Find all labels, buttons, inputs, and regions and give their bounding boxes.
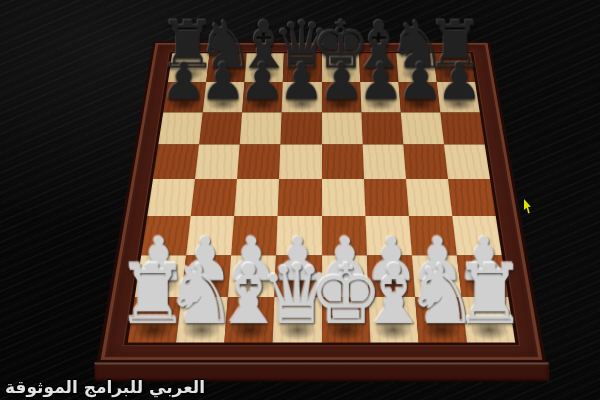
board-grid: ♜♞♝♛♚♝♞♜♟♟♟♟♟♟♟♟♟♟♟♟♟♟♟♟♜♞♝♛♚♝♞♜: [128, 53, 515, 342]
black-pawn[interactable]: ♟: [431, 56, 488, 107]
white-rook[interactable]: ♜: [445, 253, 535, 335]
square-h4[interactable]: [448, 179, 496, 216]
square-f5[interactable]: [362, 145, 405, 179]
square-f6[interactable]: [361, 112, 403, 144]
watermark-text: العربي للبرامج الموثوقة: [5, 377, 205, 397]
square-b5[interactable]: [195, 145, 240, 179]
square-a5[interactable]: [153, 145, 199, 179]
square-f4[interactable]: [364, 179, 409, 216]
square-h7[interactable]: ♟: [437, 82, 480, 112]
square-h6[interactable]: [440, 112, 485, 144]
square-a4[interactable]: [147, 179, 195, 216]
square-a6[interactable]: [158, 112, 203, 144]
square-c4[interactable]: [234, 179, 279, 216]
square-d6[interactable]: [281, 112, 322, 144]
square-g6[interactable]: [401, 112, 444, 144]
square-g4[interactable]: [406, 179, 452, 216]
chess-scene: ♜♞♝♛♚♝♞♜♟♟♟♟♟♟♟♟♟♟♟♟♟♟♟♟♜♞♝♛♚♝♞♜: [129, 0, 514, 400]
square-e5[interactable]: [322, 145, 364, 179]
square-d5[interactable]: [279, 145, 321, 179]
square-c5[interactable]: [237, 145, 280, 179]
square-b6[interactable]: [199, 112, 242, 144]
square-e6[interactable]: [322, 112, 363, 144]
square-c6[interactable]: [240, 112, 282, 144]
chess-board: ♜♞♝♛♚♝♞♜♟♟♟♟♟♟♟♟♟♟♟♟♟♟♟♟♜♞♝♛♚♝♞♜: [97, 42, 547, 363]
square-h1[interactable]: ♜: [462, 297, 516, 342]
square-e4[interactable]: [322, 179, 366, 216]
square-b4[interactable]: [191, 179, 237, 216]
square-g5[interactable]: [403, 145, 448, 179]
square-h5[interactable]: [444, 145, 490, 179]
square-d4[interactable]: [278, 179, 322, 216]
